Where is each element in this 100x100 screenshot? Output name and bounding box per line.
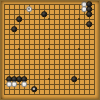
stone-white-E3 (22, 82, 28, 88)
grid-line-horizontal (4, 74, 95, 75)
grid-line-horizontal (4, 69, 95, 70)
star-point (48, 18, 50, 20)
grid-line-vertical (94, 4, 95, 95)
last-move-marker (33, 88, 35, 90)
star-point (78, 18, 80, 20)
grid-line-vertical (54, 4, 55, 95)
go-board[interactable] (0, 0, 100, 100)
star-point (18, 48, 20, 50)
stone-black-J17 (42, 12, 48, 18)
grid-line-horizontal (4, 54, 95, 55)
stone-black-S15 (87, 22, 93, 28)
grid-line-horizontal (4, 84, 95, 85)
star-point (48, 48, 50, 50)
grid-line-horizontal (4, 64, 95, 65)
stone-black-D16 (17, 17, 23, 23)
grid-line-vertical (84, 4, 85, 95)
grid-line-vertical (64, 4, 65, 95)
grid-line-horizontal (4, 89, 95, 90)
grid-line-vertical (59, 4, 60, 95)
star-point (78, 48, 80, 50)
grid-line-horizontal (4, 94, 95, 95)
grid-line-vertical (89, 4, 90, 95)
star-point (78, 78, 80, 80)
star-point (48, 78, 50, 80)
grid-line-horizontal (4, 59, 95, 60)
stone-black-C14 (12, 27, 18, 33)
stone-white-C3 (12, 82, 18, 88)
grid-line-vertical (69, 4, 70, 95)
stone-black-P4 (72, 77, 78, 83)
last-move-marker (28, 8, 30, 10)
stone-black-S17 (87, 12, 93, 18)
